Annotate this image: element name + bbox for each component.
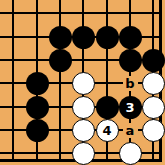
black-stone: [49, 49, 72, 72]
point-label-b: b: [123, 76, 138, 91]
black-stone: [72, 26, 95, 49]
white-stone-move-4: 4: [96, 119, 119, 142]
white-stone: [72, 96, 95, 119]
white-stone: [72, 119, 95, 142]
black-stone: [96, 96, 119, 119]
black-stone-move-3: 3: [119, 96, 142, 119]
grid-line-vertical: [12, 0, 14, 159]
point-label-a: a: [123, 123, 138, 138]
white-stone: [72, 72, 95, 95]
grid-line-vertical: [59, 0, 61, 159]
white-stone: [142, 72, 165, 95]
go-board: b34a: [0, 0, 165, 165]
black-stone: [26, 96, 49, 119]
white-stone: [119, 142, 142, 165]
black-stone: [119, 49, 142, 72]
white-stone: [142, 96, 165, 119]
black-stone: [26, 72, 49, 95]
grid-line-horizontal: [0, 12, 159, 14]
white-stone: [142, 119, 165, 142]
black-stone: [142, 49, 165, 72]
black-stone: [96, 26, 119, 49]
black-stone: [119, 26, 142, 49]
black-stone: [49, 26, 72, 49]
white-stone: [72, 142, 95, 165]
black-stone: [26, 119, 49, 142]
